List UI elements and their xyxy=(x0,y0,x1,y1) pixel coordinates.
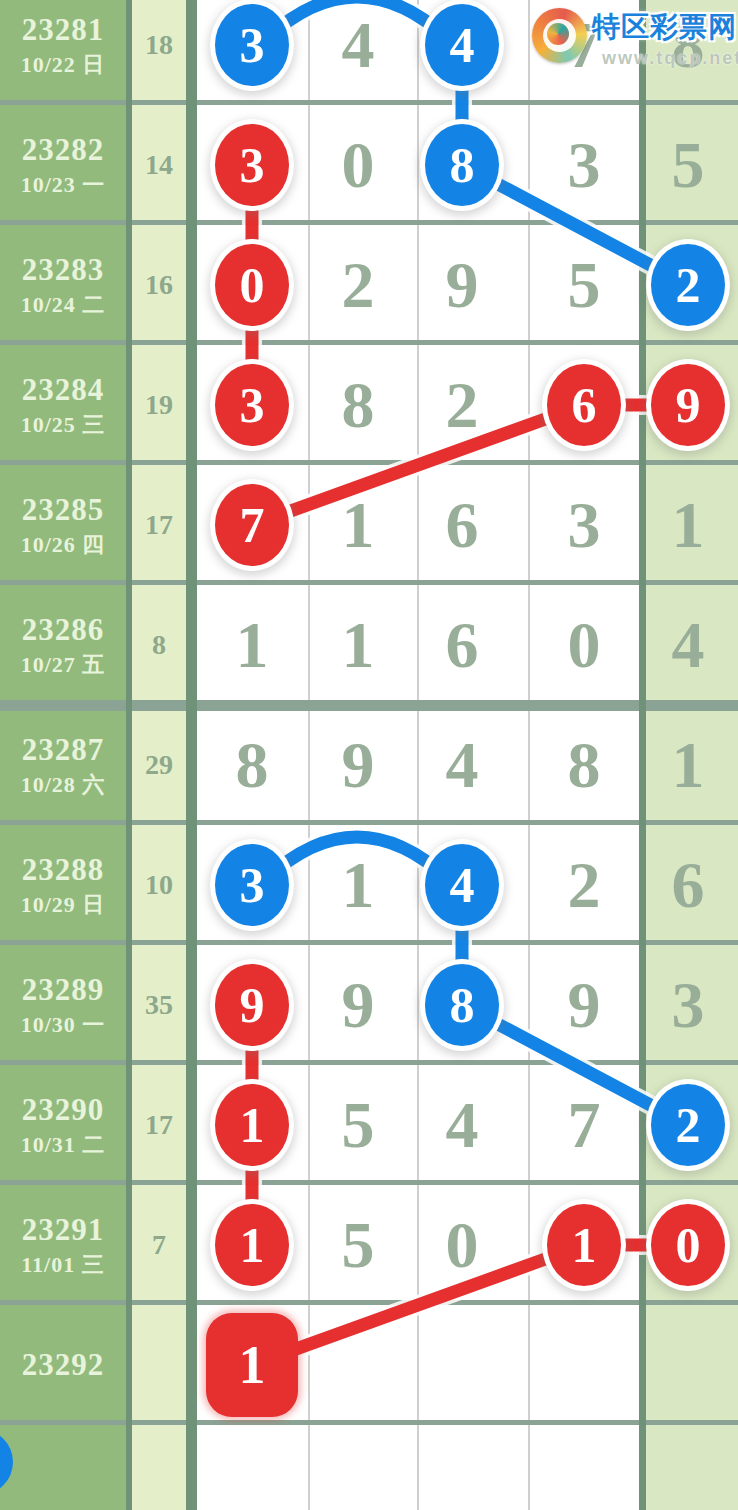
marked-digit-r3c5-blue: 2 xyxy=(651,244,725,326)
marked-digit-r3c1-red: 0 xyxy=(215,244,289,326)
marked-digit-r1c3-blue: 4 xyxy=(425,4,499,86)
marked-digit-r4c4-red: 6 xyxy=(547,364,621,446)
marked-digit-r9c3-blue: 8 xyxy=(425,964,499,1046)
marked-digit-r1c1-blue: 3 xyxy=(215,4,289,86)
marked-digit-r9c1-red: 9 xyxy=(215,964,289,1046)
marked-digit-r11c1-red: 1 xyxy=(215,1204,289,1286)
marked-digit-r4c5-red: 9 xyxy=(651,364,725,446)
marked-digit-r8c3-blue: 4 xyxy=(425,844,499,926)
site-logo-swirl-icon xyxy=(532,8,587,63)
marked-digit-r5c1-red: 7 xyxy=(215,484,289,566)
trend-line-red xyxy=(252,405,688,525)
marked-digit-r11c4-red: 1 xyxy=(547,1204,621,1286)
marked-digit-r11c5-red: 0 xyxy=(651,1204,725,1286)
marked-digit-r2c3-blue: 8 xyxy=(425,124,499,206)
marked-digit-r8c1-blue: 3 xyxy=(215,844,289,926)
marked-digit-r4c1-red: 3 xyxy=(215,364,289,446)
site-name: 特区彩票网 xyxy=(592,8,738,46)
trend-line-blue xyxy=(266,837,448,879)
site-logo[interactable]: 特区彩票网 www.tqcp.net xyxy=(532,8,738,69)
marked-digit-r12c1-red: 1 xyxy=(206,1313,298,1417)
marked-digit-r10c5-blue: 2 xyxy=(651,1084,725,1166)
trend-line-red xyxy=(252,1245,688,1365)
trend-lines xyxy=(0,0,738,1510)
marked-digit-r2c1-red: 3 xyxy=(215,124,289,206)
site-url: www.tqcp.net xyxy=(602,48,738,69)
lottery-trend-chart: 2328110/22 日184782328210/23 一14035232831… xyxy=(0,0,738,1510)
marked-digit-r10c1-red: 1 xyxy=(215,1084,289,1166)
